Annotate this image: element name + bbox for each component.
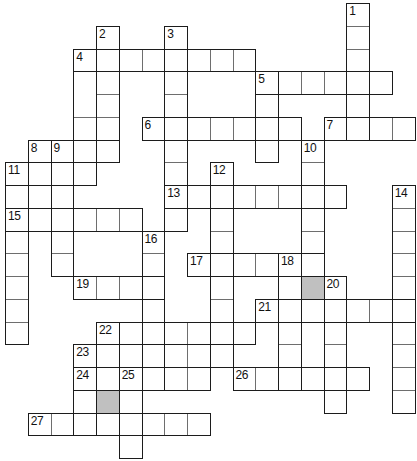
cell-r7c13[interactable] — [301, 162, 325, 186]
cell-r14c8[interactable] — [187, 322, 211, 346]
cell-r8c7[interactable] — [164, 185, 188, 209]
cell-r3c7[interactable] — [164, 71, 188, 95]
cell-r15c4[interactable] — [96, 344, 120, 368]
cell-r1c7[interactable] — [164, 26, 188, 50]
cell-r16c10[interactable] — [233, 367, 257, 391]
shaded-cell-r17c4[interactable] — [96, 390, 120, 414]
cell-r1c15[interactable] — [346, 26, 370, 50]
cell-r14c9[interactable] — [210, 322, 234, 346]
cell-r5c14[interactable] — [324, 117, 348, 141]
cell-r11c0[interactable] — [5, 253, 29, 277]
cell-r12c3[interactable] — [73, 276, 97, 300]
cell-r11c12[interactable] — [278, 253, 302, 277]
cell-r9c3[interactable] — [73, 208, 97, 232]
cell-r3c15[interactable] — [346, 71, 370, 95]
cell-r9c4[interactable] — [96, 208, 120, 232]
cell-r18c4[interactable] — [96, 413, 120, 437]
cell-r7c0[interactable] — [5, 162, 29, 186]
cell-r14c7[interactable] — [164, 322, 188, 346]
cell-r18c8[interactable] — [187, 413, 211, 437]
cell-r5c12[interactable] — [278, 117, 302, 141]
cell-r8c2[interactable] — [51, 185, 75, 209]
cell-r10c13[interactable] — [301, 231, 325, 255]
cell-r7c2[interactable] — [51, 162, 75, 186]
cell-r6c11[interactable] — [255, 140, 279, 164]
cell-r9c17[interactable] — [392, 208, 416, 232]
cell-r12c9[interactable] — [210, 276, 234, 300]
cell-r3c11[interactable] — [255, 71, 279, 95]
cell-r10c9[interactable] — [210, 231, 234, 255]
cell-r11c9[interactable] — [210, 253, 234, 277]
cell-r4c15[interactable] — [346, 94, 370, 118]
cell-r18c5[interactable] — [119, 413, 143, 437]
cell-r15c7[interactable] — [164, 344, 188, 368]
cell-r14c4[interactable] — [96, 322, 120, 346]
cell-r3c14[interactable] — [324, 71, 348, 95]
cell-r13c9[interactable] — [210, 299, 234, 323]
cell-r13c11[interactable] — [255, 299, 279, 323]
cell-r8c10[interactable] — [233, 185, 257, 209]
cell-r16c8[interactable] — [187, 367, 211, 391]
cell-r8c17[interactable] — [392, 185, 416, 209]
cell-r12c6[interactable] — [142, 276, 166, 300]
cell-r8c13[interactable] — [301, 185, 325, 209]
cell-r2c9[interactable] — [210, 49, 234, 73]
cell-r15c9[interactable] — [210, 344, 234, 368]
cell-r17c5[interactable] — [119, 390, 143, 414]
cell-r5c16[interactable] — [369, 117, 393, 141]
cell-r13c12[interactable] — [278, 299, 302, 323]
cell-r3c12[interactable] — [278, 71, 302, 95]
cell-r8c8[interactable] — [187, 185, 211, 209]
cell-r19c5[interactable] — [119, 435, 143, 459]
cell-r4c4[interactable] — [96, 94, 120, 118]
cell-r7c1[interactable] — [28, 162, 52, 186]
cell-r12c4[interactable] — [96, 276, 120, 300]
cell-r16c6[interactable] — [142, 367, 166, 391]
cell-r13c16[interactable] — [369, 299, 393, 323]
cell-r16c3[interactable] — [73, 367, 97, 391]
cell-r3c4[interactable] — [96, 71, 120, 95]
cell-r14c12[interactable] — [278, 322, 302, 346]
cell-r17c3[interactable] — [73, 390, 97, 414]
cell-r13c15[interactable] — [346, 299, 370, 323]
cell-r5c11[interactable] — [255, 117, 279, 141]
cell-r14c14[interactable] — [324, 322, 348, 346]
cell-r8c12[interactable] — [278, 185, 302, 209]
cell-r8c1[interactable] — [28, 185, 52, 209]
cell-r11c17[interactable] — [392, 253, 416, 277]
cell-r7c3[interactable] — [73, 162, 97, 186]
cell-r11c8[interactable] — [187, 253, 211, 277]
cell-r7c7[interactable] — [164, 162, 188, 186]
cell-r11c2[interactable] — [51, 253, 75, 277]
cell-r18c6[interactable] — [142, 413, 166, 437]
cell-r11c13[interactable] — [301, 253, 325, 277]
cell-r15c6[interactable] — [142, 344, 166, 368]
cell-r11c10[interactable] — [233, 253, 257, 277]
cell-r6c4[interactable] — [96, 140, 120, 164]
cell-r2c5[interactable] — [119, 49, 143, 73]
cell-r14c10[interactable] — [233, 322, 257, 346]
cell-r15c5[interactable] — [119, 344, 143, 368]
cell-r12c12[interactable] — [278, 276, 302, 300]
cell-r8c14[interactable] — [324, 185, 348, 209]
cell-r6c3[interactable] — [73, 140, 97, 164]
cell-r5c7[interactable] — [164, 117, 188, 141]
cell-r17c17[interactable] — [392, 390, 416, 414]
cell-r10c2[interactable] — [51, 231, 75, 255]
cell-r14c17[interactable] — [392, 322, 416, 346]
cell-r9c13[interactable] — [301, 208, 325, 232]
cell-r4c7[interactable] — [164, 94, 188, 118]
cell-r15c8[interactable] — [187, 344, 211, 368]
cell-r10c17[interactable] — [392, 231, 416, 255]
cell-r5c10[interactable] — [233, 117, 257, 141]
cell-r5c15[interactable] — [346, 117, 370, 141]
cell-r16c15[interactable] — [346, 367, 370, 391]
cell-r9c9[interactable] — [210, 208, 234, 232]
cell-r8c11[interactable] — [255, 185, 279, 209]
cell-r9c1[interactable] — [28, 208, 52, 232]
cell-r3c13[interactable] — [301, 71, 325, 95]
cell-r18c2[interactable] — [51, 413, 75, 437]
cell-r18c3[interactable] — [73, 413, 97, 437]
cell-r2c6[interactable] — [142, 49, 166, 73]
cell-r5c8[interactable] — [187, 117, 211, 141]
cell-r12c17[interactable] — [392, 276, 416, 300]
cell-r4c11[interactable] — [255, 94, 279, 118]
cell-r5c6[interactable] — [142, 117, 166, 141]
cell-r6c7[interactable] — [164, 140, 188, 164]
cell-r15c12[interactable] — [278, 344, 302, 368]
cell-r8c9[interactable] — [210, 185, 234, 209]
cell-r18c7[interactable] — [164, 413, 188, 437]
cell-r16c4[interactable] — [96, 367, 120, 391]
cell-r2c8[interactable] — [187, 49, 211, 73]
cell-r10c0[interactable] — [5, 231, 29, 255]
cell-r5c17[interactable] — [392, 117, 416, 141]
cell-r6c1[interactable] — [28, 140, 52, 164]
cell-r3c16[interactable] — [369, 71, 393, 95]
cell-r16c14[interactable] — [324, 367, 348, 391]
cell-r5c4[interactable] — [96, 117, 120, 141]
cell-r2c3[interactable] — [73, 49, 97, 73]
cell-r9c0[interactable] — [5, 208, 29, 232]
cell-r9c2[interactable] — [51, 208, 75, 232]
cell-r16c12[interactable] — [278, 367, 302, 391]
cell-r15c3[interactable] — [73, 344, 97, 368]
cell-r13c6[interactable] — [142, 299, 166, 323]
cell-r14c0[interactable] — [5, 322, 29, 346]
cell-r16c17[interactable] — [392, 367, 416, 391]
cell-r5c9[interactable] — [210, 117, 234, 141]
cell-r13c17[interactable] — [392, 299, 416, 323]
cell-r14c5[interactable] — [119, 322, 143, 346]
cell-r10c6[interactable] — [142, 231, 166, 255]
cell-r2c4[interactable] — [96, 49, 120, 73]
cell-r11c6[interactable] — [142, 253, 166, 277]
cell-r5c3[interactable] — [73, 117, 97, 141]
shaded-cell-r12c13[interactable] — [301, 276, 325, 300]
cell-r11c11[interactable] — [255, 253, 279, 277]
cell-r9c7[interactable] — [164, 208, 188, 232]
cell-r2c10[interactable] — [233, 49, 257, 73]
cell-r1c4[interactable] — [96, 26, 120, 50]
cell-r7c9[interactable] — [210, 162, 234, 186]
cell-r12c0[interactable] — [5, 276, 29, 300]
cell-r14c6[interactable] — [142, 322, 166, 346]
cell-r8c0[interactable] — [5, 185, 29, 209]
cell-r16c11[interactable] — [255, 367, 279, 391]
cell-r2c7[interactable] — [164, 49, 188, 73]
cell-r18c1[interactable] — [28, 413, 52, 437]
cell-r12c5[interactable] — [119, 276, 143, 300]
cell-r6c2[interactable] — [51, 140, 75, 164]
cell-r0c15[interactable] — [346, 3, 370, 27]
cell-r9c5[interactable] — [119, 208, 143, 232]
cell-r12c14[interactable] — [324, 276, 348, 300]
cell-r6c13[interactable] — [301, 140, 325, 164]
cell-r16c13[interactable] — [301, 367, 325, 391]
cell-r2c15[interactable] — [346, 49, 370, 73]
cell-r13c13[interactable] — [301, 299, 325, 323]
crossword-grid: 1234567891011121314151617181920212223242… — [0, 0, 417, 461]
cell-r13c14[interactable] — [324, 299, 348, 323]
cell-r17c14[interactable] — [324, 390, 348, 414]
cell-r16c5[interactable] — [119, 367, 143, 391]
cell-r13c0[interactable] — [5, 299, 29, 323]
cell-r15c17[interactable] — [392, 344, 416, 368]
cell-r15c14[interactable] — [324, 344, 348, 368]
cell-r16c7[interactable] — [164, 367, 188, 391]
